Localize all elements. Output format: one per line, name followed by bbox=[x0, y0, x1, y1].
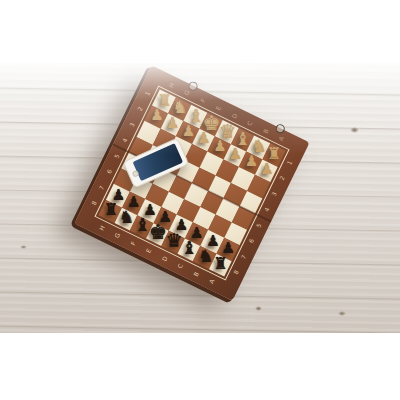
screenshot-canvas: ♜♞♝♚♛♝♞♜♟♟♟♟♟♟♟♟♟♟♟♟♟♟♟♟♜♞♝♚♛♝♞♜ HHGGFFE… bbox=[0, 0, 400, 400]
photo-area: ♜♞♝♚♛♝♞♜♟♟♟♟♟♟♟♟♟♟♟♟♟♟♟♟♜♞♝♚♛♝♞♜ HHGGFFE… bbox=[0, 63, 400, 333]
overexposed-light-glare bbox=[0, 63, 400, 333]
